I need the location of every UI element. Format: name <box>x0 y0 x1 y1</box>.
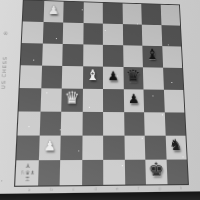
square-a8[interactable] <box>23 0 44 22</box>
white-queen[interactable]: ♛ <box>64 90 80 107</box>
dust-specks-board <box>24 0 25 1</box>
square-a6[interactable] <box>21 43 43 66</box>
square-d8[interactable] <box>83 2 103 23</box>
square-f4[interactable]: ♟ <box>123 89 144 112</box>
chess-board: ♟♝♝♟♛♛♟♟♞♚♙♘♕♗♖ <box>14 0 189 187</box>
square-e1[interactable] <box>103 160 125 185</box>
square-f1[interactable] <box>124 160 146 185</box>
square-a5[interactable] <box>20 65 42 88</box>
brand-registered-mark: ® <box>3 30 8 36</box>
square-d4[interactable] <box>82 89 103 112</box>
square-g3[interactable] <box>144 112 165 135</box>
square-a2[interactable] <box>16 136 39 161</box>
white-bishop[interactable]: ♝ <box>86 68 99 83</box>
square-g8[interactable] <box>141 4 161 25</box>
black-pawn[interactable]: ♟ <box>128 92 140 105</box>
square-c3[interactable] <box>61 112 83 136</box>
square-f8[interactable] <box>122 3 142 24</box>
square-c7[interactable] <box>63 23 83 45</box>
black-king[interactable]: ♚ <box>148 161 164 179</box>
square-e8[interactable] <box>103 3 123 24</box>
square-c6[interactable] <box>62 44 83 66</box>
square-d5[interactable]: ♝ <box>82 66 103 89</box>
corner-emblem: ♙♘♕♗♖ <box>17 162 37 184</box>
square-e2[interactable] <box>103 136 124 160</box>
square-h8[interactable] <box>160 5 180 26</box>
square-d7[interactable] <box>83 23 103 45</box>
white-pawn[interactable]: ♟ <box>43 139 56 153</box>
square-h7[interactable] <box>161 25 181 46</box>
square-f3[interactable] <box>124 112 145 136</box>
square-a4[interactable] <box>19 88 41 112</box>
black-knight[interactable]: ♞ <box>169 138 183 154</box>
vinyl-chess-mat: ® US CHESS ♟♝♝♟♛♛♟♟♞♚♙♘♕♗♖ abcdefgh <box>0 0 200 194</box>
square-b4[interactable] <box>40 88 62 111</box>
black-pawn[interactable]: ♟ <box>107 70 119 83</box>
coord-label-a: a <box>18 187 40 193</box>
brand-text: US CHESS <box>0 38 9 89</box>
square-h1[interactable] <box>166 160 188 185</box>
coord-label-b: b <box>41 186 63 192</box>
black-queen[interactable]: ♛ <box>126 68 141 85</box>
square-e6[interactable] <box>103 45 123 67</box>
square-c5[interactable] <box>62 66 83 89</box>
coord-label-h: h <box>171 185 192 191</box>
black-bishop[interactable]: ♝ <box>146 48 159 62</box>
square-e5[interactable]: ♟ <box>103 67 123 90</box>
coord-label-e: e <box>107 186 128 192</box>
coord-label-c: c <box>63 186 84 192</box>
square-b5[interactable] <box>41 66 62 89</box>
coord-label-g: g <box>149 185 170 191</box>
square-g4[interactable] <box>143 89 164 112</box>
photo-stage: ® US CHESS ♟♝♝♟♛♛♟♟♞♚♙♘♕♗♖ abcdefgh <box>0 0 200 200</box>
square-c4[interactable]: ♛ <box>61 89 82 112</box>
white-pawn[interactable]: ♟ <box>48 4 60 16</box>
square-b1[interactable] <box>37 160 60 185</box>
square-b7[interactable] <box>42 22 63 44</box>
square-h2[interactable]: ♞ <box>165 136 186 160</box>
square-f2[interactable] <box>124 136 145 160</box>
square-d6[interactable] <box>83 44 103 66</box>
square-b3[interactable] <box>39 112 61 136</box>
square-h3[interactable] <box>164 112 185 135</box>
square-e4[interactable] <box>103 89 124 112</box>
square-h6[interactable] <box>162 46 182 68</box>
square-b8[interactable]: ♟ <box>43 1 64 23</box>
square-e3[interactable] <box>103 112 124 136</box>
square-d2[interactable] <box>82 136 103 160</box>
file-coordinates: abcdefgh <box>18 185 191 192</box>
square-d1[interactable] <box>82 160 104 185</box>
square-f6[interactable] <box>123 45 143 67</box>
square-c2[interactable] <box>60 136 82 161</box>
square-d3[interactable] <box>82 112 103 136</box>
square-b6[interactable] <box>42 44 63 66</box>
square-f7[interactable] <box>122 24 142 46</box>
square-b2[interactable]: ♟ <box>38 136 60 161</box>
square-h5[interactable] <box>163 68 184 90</box>
square-g1[interactable]: ♚ <box>145 160 167 185</box>
square-g7[interactable] <box>142 25 162 46</box>
coord-label-d: d <box>85 186 106 192</box>
coord-label-f: f <box>128 185 149 191</box>
square-f5[interactable]: ♛ <box>123 67 143 90</box>
square-a3[interactable] <box>17 111 40 135</box>
square-c1[interactable] <box>60 160 82 185</box>
square-h4[interactable] <box>163 90 184 113</box>
square-c8[interactable] <box>63 2 83 23</box>
square-e7[interactable] <box>103 24 123 46</box>
square-a7[interactable] <box>22 21 43 43</box>
square-g5[interactable] <box>143 67 164 89</box>
square-g6[interactable]: ♝ <box>142 46 162 68</box>
square-g2[interactable] <box>145 136 166 160</box>
